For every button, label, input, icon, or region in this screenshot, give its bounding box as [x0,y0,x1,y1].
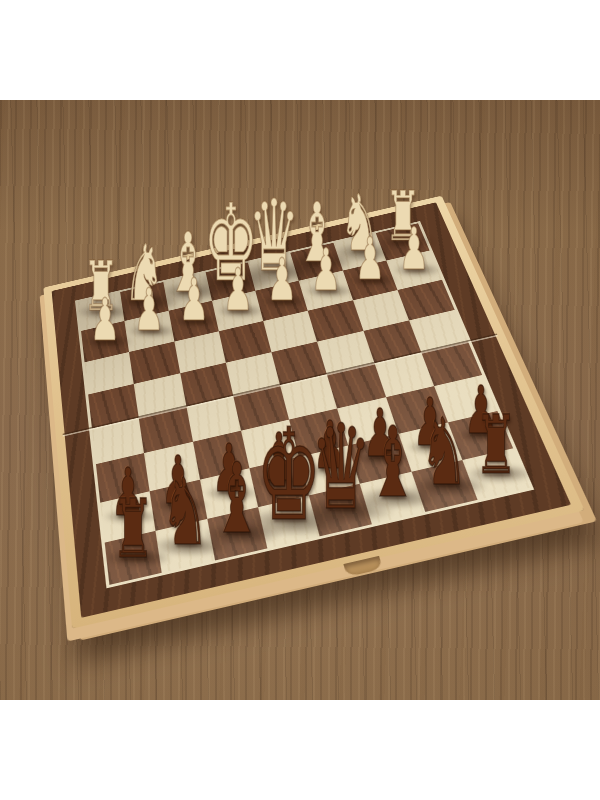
white-pawn-glyph: ♟ [267,250,297,309]
white-pawn-glyph: ♟ [178,271,208,330]
black-bishop-glyph: ♝ [212,450,263,547]
black-knight-glyph: ♞ [420,406,468,499]
white-pawn-glyph: ♟ [134,281,164,340]
white-pawn-glyph: ♟ [355,230,385,289]
product-photo: ♜♞♝♚♛♝♞♜♟♟♟♟♟♟♟♟♟♟♟♟♟♟♟♟♜♞♝♚♛♝♞♜ [0,100,600,700]
black-rook-glyph: ♜ [475,404,517,485]
white-pawn-glyph: ♟ [399,220,429,279]
white-pawn-glyph: ♟ [311,240,341,299]
black-knight-glyph: ♞ [161,466,209,559]
white-pawn-glyph: ♟ [222,261,252,320]
black-king-glyph: ♚ [256,413,322,540]
black-rook-glyph: ♜ [112,488,154,569]
white-pawn-glyph: ♟ [90,291,120,350]
